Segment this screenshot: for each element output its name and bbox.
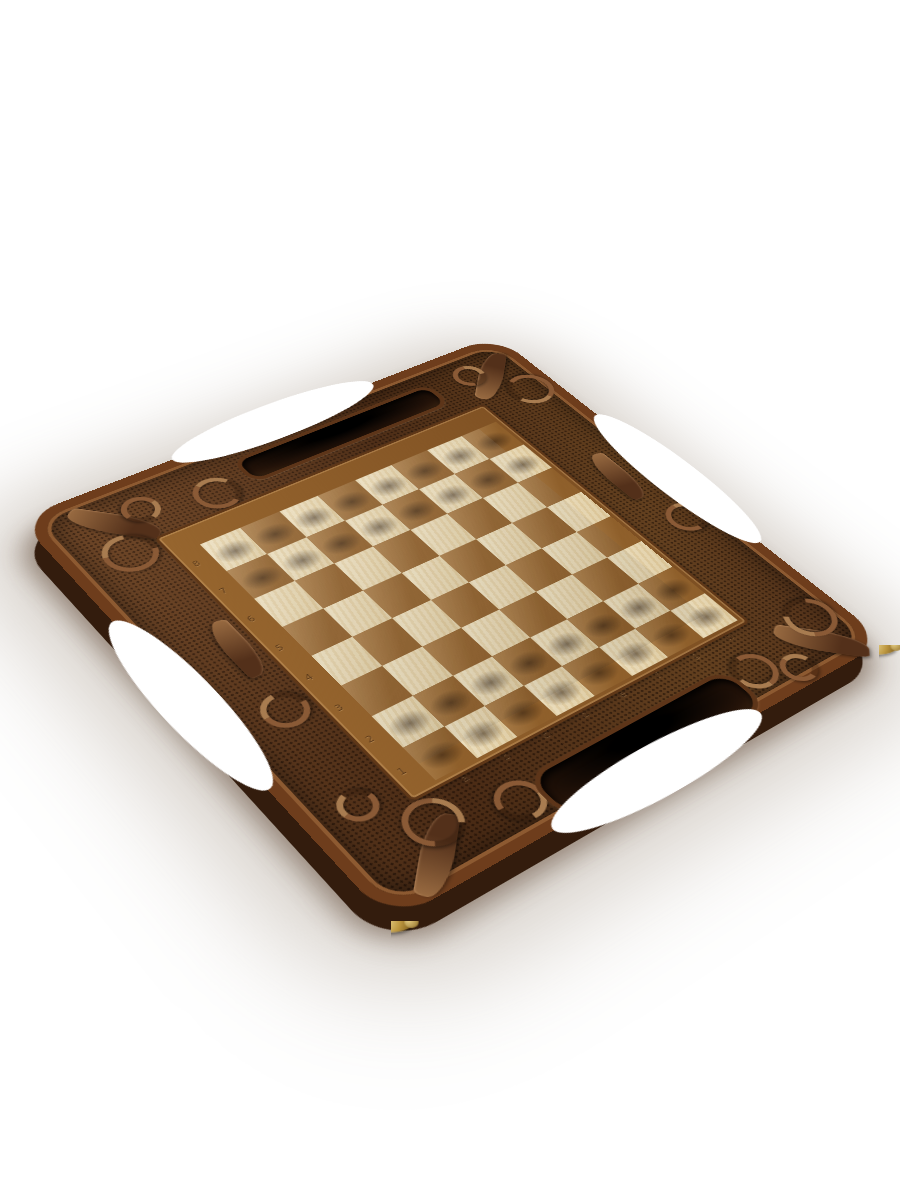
case-top-face: 87654321 abcdefgh ♜♞♝♛♚♝♞♜♟♟♟♟♟♟♟♟♟♟♟♟♟♟… [18,335,886,923]
carved-scroll [388,788,478,856]
file-label: c [538,729,552,740]
scene: 87654321 abcdefgh ♜♞♝♛♚♝♞♜♟♟♟♟♟♟♟♟♟♟♟♟♟♟… [0,0,900,1200]
file-label: h [722,632,736,642]
finial-ivory-spike [348,404,357,423]
carved-scroll [728,652,781,690]
file-label: f [651,670,663,679]
piece-glyph: ♜ [413,688,472,754]
rank-label: 8 [190,559,203,569]
carved-scroll [334,788,382,823]
piece-glyph: ♟ [239,524,286,577]
rank-label: 2 [363,733,378,745]
file-label: e [615,688,629,699]
file-label: b [498,750,513,762]
rank-label: 4 [302,672,316,683]
file-label: g [687,650,701,660]
finial-ivory-ball [384,389,394,399]
photo-background: 87654321 abcdefgh ♜♞♝♛♚♝♞♜♟♟♟♟♟♟♟♟♟♟♟♟♟♟… [0,0,900,1200]
finial-dark-ball [594,567,605,578]
rank-label: 6 [244,614,258,624]
rank-label: 3 [332,702,346,713]
finial-dark-spike [558,586,568,607]
file-label: a [457,772,472,784]
chess-case: 87654321 abcdefgh ♜♞♝♛♚♝♞♜♟♟♟♟♟♟♟♟♟♟♟♟♟♟… [18,335,886,923]
file-label: d [577,708,592,719]
carved-scroll [775,653,823,682]
rank-label: 1 [394,765,409,777]
rank-label: 7 [217,586,230,596]
carved-scroll [665,500,709,533]
rank-label: 5 [273,642,287,653]
carved-scroll [256,689,315,731]
